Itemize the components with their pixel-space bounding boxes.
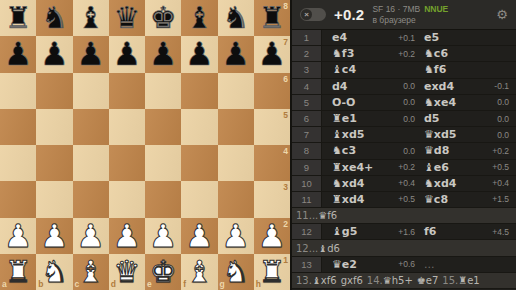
black-move[interactable]: ♞c6	[422, 46, 516, 61]
rank-label: 5	[283, 111, 288, 120]
black-move[interactable]: ♝e6+0.5	[422, 160, 516, 175]
white-move[interactable]: ♝c4	[322, 62, 422, 77]
black-move-eval: +0.2	[492, 146, 516, 156]
black-move[interactable]: ♞xd4+0.4	[422, 176, 516, 191]
black-rook[interactable]: ♜	[0, 0, 36, 36]
square-b2[interactable]: ♟	[36, 218, 72, 254]
variation-row[interactable]: 12...♝d6	[292, 240, 516, 256]
move-number: 3	[292, 62, 322, 77]
square-b3[interactable]	[36, 181, 72, 217]
variation-move-number: 11...	[296, 210, 318, 221]
white-move-eval: +0.1	[398, 33, 422, 43]
square-a2[interactable]: ♟	[0, 218, 36, 254]
square-h5[interactable]: 5	[254, 109, 290, 145]
white-move-eval: +0.2	[398, 49, 422, 59]
black-move-san[interactable]: ♞xe4	[424, 96, 456, 109]
move-number: 8	[292, 143, 322, 158]
white-move[interactable]: ♞xd4+0.4	[322, 176, 422, 191]
white-move-eval: +0.2	[398, 162, 422, 172]
black-move[interactable]: exd4-0.1	[422, 79, 516, 94]
white-move-san[interactable]: ♛e2	[332, 258, 357, 271]
square-g1[interactable]: ♞g	[218, 254, 254, 290]
square-h7[interactable]: ♟7	[254, 36, 290, 72]
square-b1[interactable]: ♞b	[36, 254, 72, 290]
move-number: 4	[292, 79, 322, 94]
white-knight[interactable]: ♞	[218, 254, 254, 290]
black-move[interactable]: e5	[422, 30, 516, 45]
black-knight[interactable]: ♞	[36, 0, 72, 36]
square-f4[interactable]	[181, 145, 217, 181]
white-pawn[interactable]: ♟	[181, 218, 217, 254]
white-pawn[interactable]: ♟	[218, 218, 254, 254]
white-move[interactable]: O-O0.0	[322, 95, 422, 110]
white-move[interactable]: ♜e10.0	[322, 111, 422, 126]
move-number: 1	[292, 30, 322, 45]
square-f5[interactable]	[181, 109, 217, 145]
white-pawn[interactable]: ♟	[36, 218, 72, 254]
white-move[interactable]: ♞f3+0.2	[322, 46, 422, 61]
black-move-eval: 0.0	[497, 130, 516, 140]
black-rook[interactable]: ♜	[254, 0, 290, 36]
square-f8[interactable]: ♝	[181, 0, 217, 36]
black-pawn[interactable]: ♟	[73, 36, 109, 72]
black-move-eval: 0.0	[497, 114, 516, 124]
black-move-eval: 0.0	[497, 97, 516, 107]
white-move-san[interactable]: ♜xd4	[332, 193, 364, 206]
square-g2[interactable]: ♟	[218, 218, 254, 254]
move-row: 8♞c30.0♛d8+0.2	[292, 143, 516, 159]
move-number: 11	[292, 192, 322, 207]
square-c5[interactable]	[73, 109, 109, 145]
square-a3[interactable]	[0, 181, 36, 217]
square-g3[interactable]	[218, 181, 254, 217]
square-e4[interactable]	[145, 145, 181, 181]
white-move-san[interactable]: ♜xe4+	[332, 161, 373, 174]
white-move-eval: +0.5	[398, 194, 422, 204]
move-row: 11♜xd4+0.5♛c8+1.5	[292, 192, 516, 208]
black-pawn[interactable]: ♟	[145, 36, 181, 72]
square-e8[interactable]: ♚	[145, 0, 181, 36]
white-pawn[interactable]: ♟	[73, 218, 109, 254]
white-move-eval: 0.0	[403, 146, 422, 156]
variation-row[interactable]: 11...♛f6	[292, 208, 516, 224]
variation-move-number: 14.	[367, 275, 383, 286]
move-row: 4d40.0exd4-0.1	[292, 79, 516, 95]
variation-move-san[interactable]: gxf6	[341, 275, 363, 286]
white-move-san[interactable]: ♞c3	[332, 144, 356, 157]
move-number: 6	[292, 111, 322, 126]
square-d6[interactable]	[109, 73, 145, 109]
square-d1[interactable]: ♛d	[109, 254, 145, 290]
black-move-san[interactable]: ♞xd4	[424, 177, 456, 190]
variation-move-number: 13.	[296, 275, 312, 286]
move-number: 10	[292, 176, 322, 191]
white-move-san[interactable]: e4	[332, 31, 347, 44]
black-pawn[interactable]: ♟	[36, 36, 72, 72]
variation-move[interactable]: 14.♛h5+	[367, 275, 413, 286]
analysis-panel: × +0.2 SF 16 · 7MB NNUE в браузере ⚙ 1e4…	[292, 0, 516, 290]
white-move-eval: 0.0	[403, 114, 422, 124]
variation-move[interactable]: ♚e7	[417, 275, 438, 286]
square-b6[interactable]	[36, 73, 72, 109]
square-e2[interactable]: ♟	[145, 218, 181, 254]
white-move[interactable]: d40.0	[322, 79, 422, 94]
variation-move-san[interactable]: ♚e7	[417, 275, 438, 286]
white-move-eval: 0.0	[403, 97, 422, 107]
white-rook[interactable]: ♜	[254, 254, 290, 290]
white-move[interactable]: ♝xd5	[322, 127, 422, 142]
square-b8[interactable]: ♞	[36, 0, 72, 36]
variation-move-san[interactable]: ♝xf6	[312, 275, 337, 286]
variation-move[interactable]: 11...♛f6	[296, 210, 337, 221]
variation-move-number: 12...	[296, 243, 318, 254]
move-row: 2♞f3+0.2♞c6	[292, 46, 516, 62]
move-number: 2	[292, 46, 322, 61]
black-bishop[interactable]: ♝	[73, 0, 109, 36]
move-number: 7	[292, 127, 322, 142]
toggle-close-icon[interactable]: ×	[301, 9, 312, 20]
white-knight[interactable]: ♞	[36, 254, 72, 290]
move-number: 9	[292, 160, 322, 175]
variation-move[interactable]: 12...♝d6	[296, 243, 340, 254]
square-a6[interactable]	[0, 73, 36, 109]
square-c2[interactable]: ♟	[73, 218, 109, 254]
square-f2[interactable]: ♟	[181, 218, 217, 254]
variation-move-san[interactable]: ♛h5+	[383, 275, 413, 286]
black-move-eval: +1.5	[492, 194, 516, 204]
white-move[interactable]: ♛e2+0.6	[322, 257, 422, 272]
chess-board[interactable]: ♜♞♝♛♚♝♞♜8♟♟♟♟♟♟♟♟76543♟♟♟♟♟♟♟♟2♜a♞b♝c♛d♚…	[0, 0, 290, 290]
square-a4[interactable]	[0, 145, 36, 181]
white-move[interactable]: ♝g5+1.6	[322, 224, 422, 239]
variation-move-san[interactable]: ♛f6	[318, 210, 337, 221]
black-move-san[interactable]: ♞f6	[424, 63, 446, 76]
move-row: 7♝xd5♛xd50.0	[292, 127, 516, 143]
black-move[interactable]: d50.0	[422, 111, 516, 126]
move-row: 5O-O0.0♞xe40.0	[292, 95, 516, 111]
white-move-san[interactable]: ♜e1	[332, 112, 357, 125]
black-move-eval: +0.5	[492, 162, 516, 172]
black-pawn[interactable]: ♟	[0, 36, 36, 72]
square-g8[interactable]: ♞	[218, 0, 254, 36]
square-e1[interactable]: ♚e	[145, 254, 181, 290]
white-move-san[interactable]: ♞f3	[332, 47, 354, 60]
black-move-eval: +4.5	[492, 227, 516, 237]
black-move-san[interactable]: e5	[424, 31, 439, 44]
move-row: 13♛e2+0.6...	[292, 257, 516, 273]
black-king[interactable]: ♚	[145, 0, 181, 36]
black-move-san[interactable]: ♛d8	[424, 144, 449, 157]
square-b5[interactable]	[36, 109, 72, 145]
black-move[interactable]: ♛c8+1.5	[422, 192, 516, 207]
square-g4[interactable]	[218, 145, 254, 181]
white-bishop[interactable]: ♝	[73, 254, 109, 290]
black-move[interactable]: ♞xe40.0	[422, 95, 516, 110]
square-b4[interactable]	[36, 145, 72, 181]
square-h8[interactable]: ♜8	[254, 0, 290, 36]
white-move-eval: +0.6	[398, 259, 422, 269]
black-move-san[interactable]: ...	[424, 258, 435, 271]
black-move-san[interactable]: ♝e6	[424, 161, 449, 174]
black-queen[interactable]: ♛	[109, 0, 145, 36]
move-row: 12♝g5+1.6f6+4.5	[292, 224, 516, 240]
variation-move-number: 15.	[442, 275, 458, 286]
white-rook[interactable]: ♜	[0, 254, 36, 290]
white-queen[interactable]: ♛	[109, 254, 145, 290]
variation-move[interactable]: 13.♝xf6	[296, 275, 337, 286]
square-h1[interactable]: ♜1h	[254, 254, 290, 290]
white-move-san[interactable]: ♝c4	[332, 63, 356, 76]
square-a8[interactable]: ♜	[0, 0, 36, 36]
move-number: 5	[292, 95, 322, 110]
black-knight[interactable]: ♞	[218, 0, 254, 36]
white-pawn[interactable]: ♟	[109, 218, 145, 254]
white-move-san[interactable]: ♞xd4	[332, 177, 364, 190]
variation-move-san[interactable]: ♝d6	[318, 243, 340, 254]
engine-header: × +0.2 SF 16 · 7MB NNUE в браузере ⚙	[292, 0, 516, 30]
engine-subtitle: в браузере	[372, 15, 448, 26]
engine-info: SF 16 · 7MB NNUE в браузере	[372, 4, 448, 25]
square-g7[interactable]: ♟	[218, 36, 254, 72]
white-move[interactable]: ♜xd4+0.5	[322, 192, 422, 207]
square-h6[interactable]: 6	[254, 73, 290, 109]
square-d8[interactable]: ♛	[109, 0, 145, 36]
rank-label: 4	[283, 147, 288, 156]
move-number: 13	[292, 257, 322, 272]
square-e5[interactable]	[145, 109, 181, 145]
white-move[interactable]: e4+0.1	[322, 30, 422, 45]
black-move-san[interactable]: exd4	[424, 80, 454, 93]
eval-score: +0.2	[334, 6, 364, 23]
square-b7[interactable]: ♟	[36, 36, 72, 72]
engine-toggle[interactable]: ×	[300, 8, 326, 21]
white-move-san[interactable]: O-O	[332, 96, 355, 109]
black-move-san[interactable]: d5	[424, 112, 440, 125]
black-pawn[interactable]: ♟	[254, 36, 290, 72]
white-pawn[interactable]: ♟	[0, 218, 36, 254]
black-move-san[interactable]: ♞c6	[424, 47, 448, 60]
square-f1[interactable]: ♝f	[181, 254, 217, 290]
variation-move[interactable]: 15.♜e1	[442, 275, 479, 286]
square-c6[interactable]	[73, 73, 109, 109]
white-move-eval: +1.6	[398, 227, 422, 237]
move-row: 9♜xe4++0.2♝e6+0.5	[292, 160, 516, 176]
square-f7[interactable]: ♟	[181, 36, 217, 72]
square-d4[interactable]	[109, 145, 145, 181]
rank-label: 3	[283, 183, 288, 192]
square-h4[interactable]: 4	[254, 145, 290, 181]
square-d5[interactable]	[109, 109, 145, 145]
black-pawn[interactable]: ♟	[109, 36, 145, 72]
white-move[interactable]: ♜xe4++0.2	[322, 160, 422, 175]
white-pawn[interactable]: ♟	[254, 218, 290, 254]
black-move-san[interactable]: ♛xd5	[424, 128, 456, 141]
black-move-eval: +0.4	[492, 178, 516, 188]
variation-move-san[interactable]: ♜e1	[458, 275, 479, 286]
square-e7[interactable]: ♟	[145, 36, 181, 72]
square-c7[interactable]: ♟	[73, 36, 109, 72]
black-bishop[interactable]: ♝	[181, 0, 217, 36]
black-move[interactable]: ♛d8+0.2	[422, 143, 516, 158]
square-f3[interactable]	[181, 181, 217, 217]
move-row: 6♜e10.0d50.0	[292, 111, 516, 127]
black-move-san[interactable]: f6	[424, 225, 436, 238]
move-row: 3♝c4♞f6	[292, 62, 516, 78]
black-move-eval: -0.1	[494, 81, 516, 91]
white-king[interactable]: ♚	[145, 254, 181, 290]
square-f6[interactable]	[181, 73, 217, 109]
square-a7[interactable]: ♟	[0, 36, 36, 72]
square-c3[interactable]	[73, 181, 109, 217]
white-move-eval: 0.0	[403, 81, 422, 91]
black-move[interactable]: ...	[422, 257, 516, 272]
square-d2[interactable]: ♟	[109, 218, 145, 254]
move-row: 1e4+0.1e5	[292, 30, 516, 46]
square-g5[interactable]	[218, 109, 254, 145]
square-c4[interactable]	[73, 145, 109, 181]
move-number: 12	[292, 224, 322, 239]
rank-label: 6	[283, 75, 288, 84]
move-list: 1e4+0.1e52♞f3+0.2♞c63♝c4♞f64d40.0exd4-0.…	[292, 30, 516, 290]
square-e3[interactable]	[145, 181, 181, 217]
square-h3[interactable]: 3	[254, 181, 290, 217]
square-a1[interactable]: ♜a	[0, 254, 36, 290]
nnue-badge: NNUE	[424, 4, 448, 15]
black-pawn[interactable]: ♟	[218, 36, 254, 72]
square-h2[interactable]: ♟2	[254, 218, 290, 254]
square-d7[interactable]: ♟	[109, 36, 145, 72]
white-move-san[interactable]: d4	[332, 80, 348, 93]
white-move-san[interactable]: ♝g5	[332, 225, 357, 238]
engine-name: SF 16 · 7MB	[372, 4, 420, 15]
black-move[interactable]: f6+4.5	[422, 224, 516, 239]
black-move-san[interactable]: ♛c8	[424, 193, 448, 206]
square-e6[interactable]	[145, 73, 181, 109]
variation-move[interactable]: gxf6	[341, 275, 363, 286]
black-move[interactable]: ♛xd50.0	[422, 127, 516, 142]
square-c8[interactable]: ♝	[73, 0, 109, 36]
black-pawn[interactable]: ♟	[181, 36, 217, 72]
white-move-eval: +0.4	[398, 178, 422, 188]
square-c1[interactable]: ♝c	[73, 254, 109, 290]
square-a5[interactable]	[0, 109, 36, 145]
square-g6[interactable]	[218, 73, 254, 109]
square-d3[interactable]	[109, 181, 145, 217]
white-pawn[interactable]: ♟	[145, 218, 181, 254]
white-bishop[interactable]: ♝	[181, 254, 217, 290]
variation-row[interactable]: 13.♝xf6gxf614.♛h5+♚e715.♜e1	[292, 273, 516, 289]
settings-gear-icon[interactable]: ⚙	[496, 8, 508, 21]
black-move[interactable]: ♞f6	[422, 62, 516, 77]
move-row: 10♞xd4+0.4♞xd4+0.4	[292, 176, 516, 192]
white-move-san[interactable]: ♝xd5	[332, 128, 364, 141]
white-move[interactable]: ♞c30.0	[322, 143, 422, 158]
